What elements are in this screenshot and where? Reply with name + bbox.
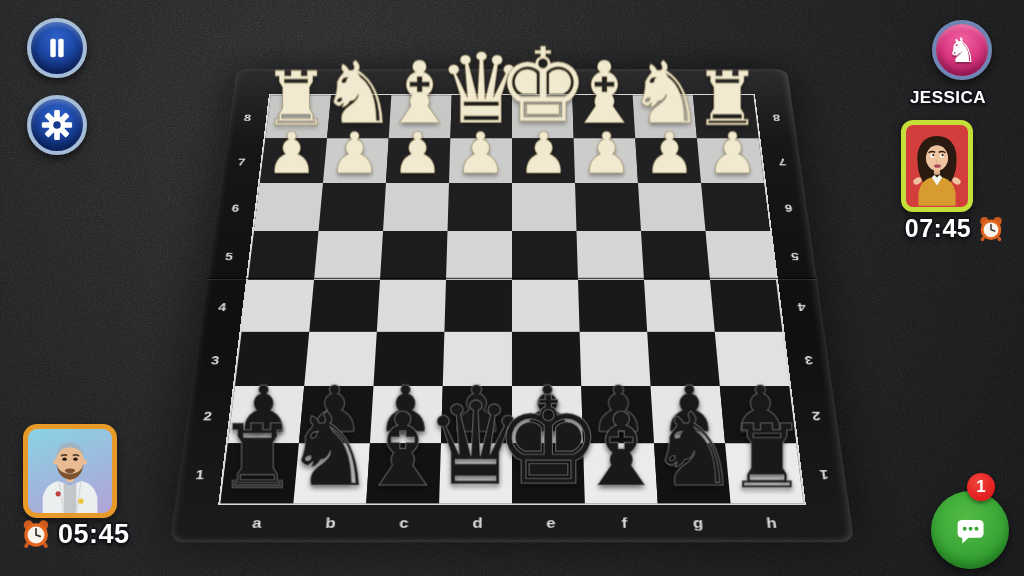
square-f5[interactable] [576,231,644,280]
square-f6[interactable] [575,183,641,230]
piece-white-p-f7[interactable]: ♟ [581,125,632,182]
opponent-rank-badge: ♞ [932,20,992,80]
piece-white-p-h7[interactable]: ♟ [707,125,758,182]
player-avatar [23,424,117,518]
piece-white-p-d7[interactable]: ♟ [455,125,506,182]
opponent-avatar [901,120,973,212]
alarm-clock-icon [977,215,1005,243]
square-g1[interactable]: ♞ [654,443,731,503]
square-f1[interactable]: ♝ [583,443,658,503]
piece-black-n-g1[interactable]: ♞ [649,400,740,501]
rank-label-right-2: 2 [802,409,829,423]
file-label-c: c [390,515,417,531]
player-timer-text: 05:45 [58,519,130,550]
rank-label-left-4: 4 [209,301,235,314]
rank-label-left-3: 3 [202,354,229,367]
pause-icon [42,33,72,63]
rank-label-left-7: 7 [230,157,254,168]
piece-white-p-c7[interactable]: ♟ [392,125,443,182]
square-g4[interactable] [644,280,715,332]
board-frame: ♜♞♝♛♚♝♞♜♟♟♟♟♟♟♟♟♟♟♟♟♟♟♟♟♜♞♝♛♚♝♞♜ 8877665… [170,69,855,542]
opponent-timer: 07:45 [896,214,1014,243]
pause-button[interactable] [27,18,87,78]
rank-label-right-5: 5 [782,251,807,263]
alarm-clock-icon [20,518,52,550]
rank-label-left-6: 6 [223,202,248,213]
square-a5[interactable] [248,231,319,280]
player-timer: 05:45 [20,518,130,550]
square-h6[interactable] [701,183,770,230]
file-label-d: d [464,515,491,531]
file-label-a: a [243,515,271,531]
rank-label-right-3: 3 [795,354,822,367]
rank-label-right-4: 4 [789,301,815,314]
square-c5[interactable] [380,231,448,280]
square-c6[interactable] [383,183,449,230]
piece-white-p-a7[interactable]: ♟ [266,125,317,182]
gear-icon: (function(){var g=document.getElementByI… [40,108,74,142]
square-e4[interactable] [512,280,580,332]
square-b7[interactable]: ♟ [323,138,389,183]
file-label-h: h [757,515,785,531]
square-a4[interactable] [242,280,314,332]
chat-unread-badge: 1 [967,473,995,501]
board-scene: ♜♞♝♛♚♝♞♜♟♟♟♟♟♟♟♟♟♟♟♟♟♟♟♟♜♞♝♛♚♝♞♜ 8877665… [207,0,817,576]
speech-bubble-icon [947,507,993,553]
bearded-man-cartoon [28,429,112,513]
rank-label-left-8: 8 [236,113,260,123]
square-d5[interactable] [446,231,512,280]
square-b6[interactable] [319,183,386,230]
settings-button[interactable]: (function(){var g=document.getElementByI… [27,95,87,155]
opponent-name: JESSICA [890,88,1006,108]
square-a7[interactable]: ♟ [260,138,327,183]
square-b4[interactable] [309,280,380,332]
square-g5[interactable] [641,231,710,280]
square-g6[interactable] [638,183,705,230]
square-h7[interactable]: ♟ [697,138,764,183]
piece-white-p-g7[interactable]: ♟ [644,125,695,182]
rank-label-left-1: 1 [186,467,214,482]
piece-black-r-h1[interactable]: ♜ [727,413,806,501]
chess-game-screen: ♜♞♝♛♚♝♞♜♟♟♟♟♟♟♟♟♟♟♟♟♟♟♟♟♜♞♝♛♚♝♞♜ 8877665… [0,0,1024,576]
opponent-timer-text: 07:45 [905,214,971,243]
square-e5[interactable] [512,231,578,280]
chat-unread-count: 1 [976,477,985,497]
square-g7[interactable]: ♟ [635,138,701,183]
square-h5[interactable] [705,231,776,280]
square-d4[interactable] [444,280,512,332]
chat-button[interactable] [931,491,1009,569]
rank-label-right-6: 6 [776,202,801,213]
square-e6[interactable] [512,183,576,230]
woman-shrugging-cartoon [906,125,968,207]
square-h1[interactable]: ♜ [725,443,803,503]
chess-board[interactable]: ♜♞♝♛♚♝♞♜♟♟♟♟♟♟♟♟♟♟♟♟♟♟♟♟♜♞♝♛♚♝♞♜ 8877665… [170,69,855,542]
file-label-f: f [611,515,638,531]
square-d6[interactable] [448,183,512,230]
square-b5[interactable] [314,231,383,280]
square-f4[interactable] [578,280,647,332]
square-c4[interactable] [377,280,446,332]
board-grid: ♜♞♝♛♚♝♞♜♟♟♟♟♟♟♟♟♟♟♟♟♟♟♟♟♜♞♝♛♚♝♞♜ [218,94,806,505]
square-e1[interactable]: ♚ [512,443,585,503]
square-c7[interactable]: ♟ [386,138,450,183]
rank-label-left-5: 5 [216,251,241,263]
rank-label-right-7: 7 [770,157,794,168]
piece-white-p-e7[interactable]: ♟ [518,125,569,182]
square-h4[interactable] [710,280,782,332]
knight-icon: ♞ [947,33,977,67]
square-f7[interactable]: ♟ [574,138,638,183]
square-e7[interactable]: ♟ [512,138,575,183]
square-d7[interactable]: ♟ [449,138,512,183]
square-a6[interactable] [254,183,323,230]
file-label-g: g [684,515,712,531]
file-label-e: e [538,515,565,531]
file-label-b: b [317,515,345,531]
rank-label-right-1: 1 [810,467,838,482]
piece-white-p-b7[interactable]: ♟ [329,125,380,182]
rank-label-right-8: 8 [765,113,789,123]
